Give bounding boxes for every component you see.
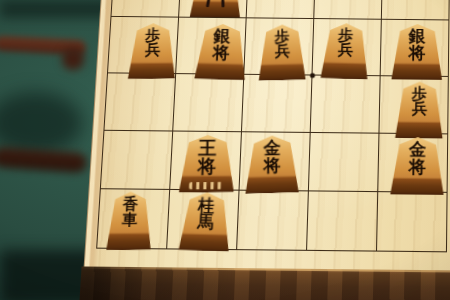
- piece-kanji: 歩兵: [256, 29, 308, 59]
- pieces-layer: 歩兵銀将歩兵歩兵銀将歩兵王将金将金将香車桂馬: [96, 0, 449, 252]
- kanji-char: 兵: [412, 101, 427, 116]
- kanji-char: 馬: [197, 214, 214, 231]
- piece-lance[interactable]: 香車: [104, 191, 156, 250]
- board-front-edge: [78, 266, 450, 300]
- kanji-char: 兵: [275, 44, 290, 59]
- piece-pawn[interactable]: 歩兵: [125, 23, 179, 79]
- kanji-char: 歩: [275, 29, 290, 44]
- shogi-board: 歩兵銀将歩兵歩兵銀将歩兵王将金将金将香車桂馬: [0, 0, 450, 300]
- partial-kanji-fragment: [202, 0, 228, 7]
- kanji-char: 将: [408, 45, 425, 62]
- photo-stage: 歩兵銀将歩兵歩兵銀将歩兵王将金将金将香車桂馬: [0, 0, 450, 300]
- maker-signature: [189, 182, 224, 189]
- kanji-char: 将: [409, 159, 427, 176]
- kanji-char: 兵: [145, 43, 161, 58]
- kanji-char: 桂: [198, 197, 215, 214]
- kanji-char: 車: [122, 212, 138, 227]
- piece-kanji: 金将: [243, 140, 302, 176]
- piece-pawn[interactable]: 歩兵: [318, 23, 372, 80]
- kanji-char: 兵: [337, 43, 353, 58]
- piece-kanji: 歩兵: [319, 28, 372, 58]
- piece-silver-general[interactable]: 銀将: [191, 23, 250, 80]
- piece-kanji: 王将: [176, 140, 238, 177]
- piece-pawn[interactable]: 歩兵: [393, 81, 446, 138]
- kanji-char: 将: [212, 45, 230, 62]
- piece-gold-general[interactable]: 金将: [242, 135, 301, 194]
- piece-silver-general[interactable]: 銀将: [389, 24, 446, 80]
- kanji-char: 香: [122, 197, 138, 212]
- kanji-char: 将: [198, 158, 217, 176]
- piece-kanji: 銀将: [193, 28, 251, 63]
- kanji-char: 歩: [338, 28, 354, 43]
- kanji-char: 歩: [145, 28, 161, 43]
- piece-kanji: 香車: [105, 197, 155, 228]
- piece-unidentified-partial[interactable]: [187, 0, 245, 17]
- piece-gold-general[interactable]: 金将: [387, 137, 447, 195]
- piece-kanji: 銀将: [389, 29, 445, 63]
- kanji-char: 将: [263, 158, 280, 176]
- piece-kanji: 歩兵: [393, 86, 446, 116]
- piece-knight[interactable]: 桂馬: [176, 192, 235, 252]
- piece-kanji: 桂馬: [177, 197, 234, 231]
- piece-kanji: 歩兵: [126, 28, 179, 57]
- piece-kanji: 金将: [388, 142, 447, 177]
- kanji-char: 歩: [412, 87, 427, 102]
- piece-pawn[interactable]: 歩兵: [256, 24, 308, 81]
- piece-king[interactable]: 王将: [176, 135, 239, 193]
